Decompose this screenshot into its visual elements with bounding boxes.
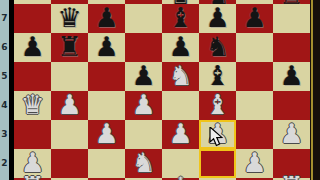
square-c4[interactable]	[88, 91, 125, 120]
square-b6[interactable]: ♜	[51, 33, 88, 62]
square-h3[interactable]: ♟	[273, 120, 310, 149]
black-knight-f6[interactable]: ♞	[199, 33, 236, 60]
square-f7[interactable]: ♟	[199, 4, 236, 33]
square-c3[interactable]: ♟	[88, 120, 125, 149]
square-f4[interactable]: ♝	[199, 91, 236, 120]
square-c7[interactable]: ♟	[88, 4, 125, 33]
square-h5[interactable]: ♟	[273, 62, 310, 91]
black-bishop-f5[interactable]: ♝	[199, 62, 236, 89]
square-h4[interactable]	[273, 91, 310, 120]
white-bishop-f4[interactable]: ♝	[199, 91, 236, 118]
square-h1[interactable]: ♜	[273, 178, 310, 180]
rank-label-4: 4	[0, 101, 9, 110]
square-a5[interactable]	[14, 62, 51, 91]
rank-coordinate-strip	[0, 0, 9, 180]
square-g2[interactable]: ♟	[236, 149, 273, 178]
square-c5[interactable]	[88, 62, 125, 91]
square-f2[interactable]	[199, 149, 236, 178]
square-d7[interactable]	[125, 4, 162, 33]
square-f1[interactable]	[199, 178, 236, 180]
rank-label-7: 7	[0, 14, 9, 23]
black-pawn-e6[interactable]: ♟	[162, 33, 199, 60]
square-e7[interactable]: ♝	[162, 4, 199, 33]
square-g1[interactable]	[236, 178, 273, 180]
square-c6[interactable]: ♟	[88, 33, 125, 62]
chess-app-screen: ♚♞♜♛♟♝♟♟♟♜♟♟♞♟♞♝♟♛♟♟♝♟♟♟♟♟♞♟♜♚♜ 765432	[0, 0, 320, 180]
square-e4[interactable]	[162, 91, 199, 120]
mouse-cursor-icon	[209, 127, 225, 147]
square-a7[interactable]	[14, 4, 51, 33]
white-pawn-e3[interactable]: ♟	[162, 120, 199, 147]
white-king-e1[interactable]: ♚	[162, 173, 199, 180]
white-pawn-c3[interactable]: ♟	[88, 120, 125, 147]
black-rook-b6[interactable]: ♜	[51, 33, 88, 60]
black-pawn-c7[interactable]: ♟	[88, 4, 125, 31]
square-c1[interactable]	[88, 178, 125, 180]
square-h7[interactable]	[273, 4, 310, 33]
square-d6[interactable]	[125, 33, 162, 62]
square-g4[interactable]	[236, 91, 273, 120]
screen-right-edge	[310, 0, 320, 180]
square-d1[interactable]	[125, 178, 162, 180]
white-rook-h1[interactable]: ♜	[273, 173, 310, 180]
white-knight-e5[interactable]: ♞	[162, 62, 199, 89]
square-g5[interactable]	[236, 62, 273, 91]
white-pawn-d4[interactable]: ♟	[125, 91, 162, 118]
square-e3[interactable]: ♟	[162, 120, 199, 149]
black-pawn-f7[interactable]: ♟	[199, 4, 236, 31]
square-g7[interactable]: ♟	[236, 4, 273, 33]
square-d2[interactable]: ♞	[125, 149, 162, 178]
square-b3[interactable]	[51, 120, 88, 149]
square-e1[interactable]: ♚	[162, 178, 199, 180]
square-e6[interactable]: ♟	[162, 33, 199, 62]
black-pawn-d5[interactable]: ♟	[125, 62, 162, 89]
rank-label-3: 3	[0, 130, 9, 139]
white-pawn-h3[interactable]: ♟	[273, 120, 310, 147]
square-d3[interactable]	[125, 120, 162, 149]
square-a1[interactable]: ♜	[14, 178, 51, 180]
square-d4[interactable]: ♟	[125, 91, 162, 120]
board-right-border-line	[311, 0, 313, 180]
black-pawn-h5[interactable]: ♟	[273, 62, 310, 89]
square-b7[interactable]: ♛	[51, 4, 88, 33]
square-h6[interactable]	[273, 33, 310, 62]
square-a3[interactable]	[14, 120, 51, 149]
square-g3[interactable]	[236, 120, 273, 149]
black-queen-b7[interactable]: ♛	[51, 4, 88, 31]
square-f5[interactable]: ♝	[199, 62, 236, 91]
rank-label-2: 2	[0, 159, 9, 168]
square-b2[interactable]	[51, 149, 88, 178]
black-pawn-a6[interactable]: ♟	[14, 33, 51, 60]
square-b5[interactable]	[51, 62, 88, 91]
white-pawn-g2[interactable]: ♟	[236, 149, 273, 176]
chess-board[interactable]: ♚♞♜♛♟♝♟♟♟♜♟♟♞♟♞♝♟♛♟♟♝♟♟♟♟♟♞♟♜♚♜	[14, 0, 310, 180]
rank-label-6: 6	[0, 43, 9, 52]
square-e5[interactable]: ♞	[162, 62, 199, 91]
square-d5[interactable]: ♟	[125, 62, 162, 91]
white-knight-d2[interactable]: ♞	[125, 149, 162, 176]
white-rook-a1[interactable]: ♜	[14, 173, 51, 180]
black-pawn-g7[interactable]: ♟	[236, 4, 273, 31]
square-b1[interactable]	[51, 178, 88, 180]
black-bishop-e7[interactable]: ♝	[162, 4, 199, 31]
square-a6[interactable]: ♟	[14, 33, 51, 62]
square-b4[interactable]: ♟	[51, 91, 88, 120]
square-g6[interactable]	[236, 33, 273, 62]
square-f6[interactable]: ♞	[199, 33, 236, 62]
white-pawn-b4[interactable]: ♟	[51, 91, 88, 118]
square-c2[interactable]	[88, 149, 125, 178]
square-a4[interactable]: ♛	[14, 91, 51, 120]
black-pawn-c6[interactable]: ♟	[88, 33, 125, 60]
white-queen-a4[interactable]: ♛	[14, 91, 51, 118]
rank-label-5: 5	[0, 72, 9, 81]
